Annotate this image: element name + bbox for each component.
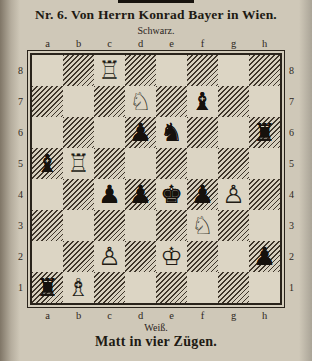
square-h7: [249, 86, 280, 117]
file-label-f: f: [187, 309, 218, 322]
black-knight-e6: ♞: [156, 117, 187, 148]
square-e1: [156, 272, 187, 303]
white-knight-f3: ♘: [187, 210, 218, 241]
printed-page: Nr. 6. Von Herrn Konrad Bayer in Wien. S…: [0, 0, 312, 361]
square-g1: [218, 272, 249, 303]
square-b3: [63, 210, 94, 241]
board-row: 87654321 ♖♘♝♟♞♜♝♖♟♟♚♟♙♘♙♔♟♜♗ 87654321: [0, 50, 312, 308]
file-labels-top: abcdefgh: [32, 37, 280, 50]
square-c4: ♟: [94, 179, 125, 210]
rank-label-1: 1: [285, 272, 298, 303]
square-e8: [156, 55, 187, 86]
file-label-d: d: [125, 37, 156, 50]
square-g5: [218, 148, 249, 179]
rank-label-4: 4: [285, 179, 298, 210]
square-d5: [125, 148, 156, 179]
square-b1: ♗: [63, 272, 94, 303]
square-d1: [125, 272, 156, 303]
rank-label-3: 3: [14, 210, 27, 241]
file-label-e: e: [156, 309, 187, 322]
black-pawn-h2: ♟: [249, 241, 280, 272]
square-g3: [218, 210, 249, 241]
white-rook-c8: ♖: [94, 55, 125, 86]
square-a5: ♝: [32, 148, 63, 179]
square-f7: ♝: [187, 86, 218, 117]
rank-label-1: 1: [14, 272, 27, 303]
white-bishop-b1: ♗: [63, 272, 94, 303]
file-label-g: g: [218, 309, 249, 322]
rank-label-8: 8: [14, 55, 27, 86]
square-h5: [249, 148, 280, 179]
black-pawn-c4: ♟: [94, 179, 125, 210]
black-bishop-f7: ♝: [187, 86, 218, 117]
square-a6: [32, 117, 63, 148]
white-king-e2: ♔: [156, 241, 187, 272]
file-label-c: c: [94, 309, 125, 322]
chess-board: ♖♘♝♟♞♜♝♖♟♟♚♟♙♘♙♔♟♜♗: [30, 53, 282, 305]
white-knight-d7: ♘: [125, 86, 156, 117]
square-a3: [32, 210, 63, 241]
white-pawn-c2: ♙: [94, 241, 125, 272]
square-h1: [249, 272, 280, 303]
square-g8: [218, 55, 249, 86]
black-rook-a1: ♜: [32, 272, 63, 303]
square-g6: [218, 117, 249, 148]
square-f5: [187, 148, 218, 179]
square-a1: ♜: [32, 272, 63, 303]
square-a8: [32, 55, 63, 86]
square-b7: [63, 86, 94, 117]
square-f6: [187, 117, 218, 148]
rank-label-2: 2: [14, 241, 27, 272]
stipulation-caption: Matt in vier Zügen.: [0, 334, 312, 350]
file-label-a: a: [32, 37, 63, 50]
square-d2: [125, 241, 156, 272]
black-side-label: Schwarz.: [0, 25, 312, 36]
square-b2: [63, 241, 94, 272]
chess-board-frame: ♖♘♝♟♞♜♝♖♟♟♚♟♙♘♙♔♟♜♗: [27, 50, 285, 308]
rank-label-8: 8: [285, 55, 298, 86]
square-c2: ♙: [94, 241, 125, 272]
square-d6: ♟: [125, 117, 156, 148]
file-label-h: h: [249, 37, 280, 50]
white-side-label: Weiß.: [0, 322, 312, 333]
square-g7: [218, 86, 249, 117]
problem-title: Nr. 6. Von Herrn Konrad Bayer in Wien.: [0, 0, 312, 23]
square-a4: [32, 179, 63, 210]
file-label-d: d: [125, 309, 156, 322]
square-f2: [187, 241, 218, 272]
rank-label-6: 6: [285, 117, 298, 148]
square-h8: [249, 55, 280, 86]
square-e7: [156, 86, 187, 117]
file-labels-bottom: abcdefgh: [32, 309, 280, 322]
file-label-a: a: [32, 309, 63, 322]
rank-label-5: 5: [285, 148, 298, 179]
square-d4: ♟: [125, 179, 156, 210]
rank-label-4: 4: [14, 179, 27, 210]
rank-label-7: 7: [285, 86, 298, 117]
square-a7: [32, 86, 63, 117]
square-g2: [218, 241, 249, 272]
square-e3: [156, 210, 187, 241]
square-b5: ♖: [63, 148, 94, 179]
file-label-c: c: [94, 37, 125, 50]
white-pawn-g4: ♙: [218, 179, 249, 210]
square-b4: [63, 179, 94, 210]
file-label-e: e: [156, 37, 187, 50]
square-f8: [187, 55, 218, 86]
file-label-b: b: [63, 37, 94, 50]
square-h4: [249, 179, 280, 210]
square-d7: ♘: [125, 86, 156, 117]
square-f4: ♟: [187, 179, 218, 210]
square-e6: ♞: [156, 117, 187, 148]
page-top-rule: [118, 0, 194, 3]
square-b8: [63, 55, 94, 86]
square-d3: [125, 210, 156, 241]
black-pawn-d4: ♟: [125, 179, 156, 210]
rank-label-7: 7: [14, 86, 27, 117]
rank-labels-left: 87654321: [14, 55, 27, 303]
square-c1: [94, 272, 125, 303]
square-c7: [94, 86, 125, 117]
square-d8: [125, 55, 156, 86]
square-h2: ♟: [249, 241, 280, 272]
black-pawn-d6: ♟: [125, 117, 156, 148]
rank-label-6: 6: [14, 117, 27, 148]
file-label-f: f: [187, 37, 218, 50]
black-pawn-f4: ♟: [187, 179, 218, 210]
square-b6: [63, 117, 94, 148]
white-rook-b5: ♖: [63, 148, 94, 179]
square-c6: [94, 117, 125, 148]
square-e4: ♚: [156, 179, 187, 210]
square-g4: ♙: [218, 179, 249, 210]
rank-label-5: 5: [14, 148, 27, 179]
square-c5: [94, 148, 125, 179]
square-e5: [156, 148, 187, 179]
square-f3: ♘: [187, 210, 218, 241]
square-h3: [249, 210, 280, 241]
black-rook-h6: ♜: [249, 117, 280, 148]
square-e2: ♔: [156, 241, 187, 272]
rank-label-2: 2: [285, 241, 298, 272]
file-label-h: h: [249, 309, 280, 322]
file-label-g: g: [218, 37, 249, 50]
square-f1: [187, 272, 218, 303]
square-h6: ♜: [249, 117, 280, 148]
file-label-b: b: [63, 309, 94, 322]
square-a2: [32, 241, 63, 272]
black-bishop-a5: ♝: [32, 148, 63, 179]
square-c8: ♖: [94, 55, 125, 86]
rank-label-3: 3: [285, 210, 298, 241]
square-c3: [94, 210, 125, 241]
rank-labels-right: 87654321: [285, 55, 298, 303]
black-king-e4: ♚: [156, 179, 187, 210]
